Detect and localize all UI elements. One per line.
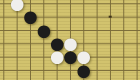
intersection[interactable]: [10, 37, 23, 50]
intersection[interactable]: ●: [77, 63, 90, 76]
intersection[interactable]: [0, 0, 10, 10]
intersection[interactable]: ●: [50, 50, 63, 63]
intersection[interactable]: [130, 0, 140, 10]
intersection[interactable]: [130, 63, 140, 76]
intersection[interactable]: [10, 23, 23, 36]
intersection[interactable]: [0, 10, 10, 23]
intersection[interactable]: ●: [23, 10, 36, 23]
intersection[interactable]: [37, 37, 50, 50]
intersection[interactable]: [130, 10, 140, 23]
black-stone: ●: [77, 62, 91, 79]
intersection[interactable]: [50, 63, 63, 76]
intersection[interactable]: [90, 50, 103, 63]
intersection[interactable]: [0, 50, 10, 63]
intersection[interactable]: [0, 23, 10, 36]
intersection[interactable]: [130, 37, 140, 50]
intersection[interactable]: [117, 63, 130, 76]
intersection[interactable]: [77, 10, 90, 23]
intersection[interactable]: [117, 23, 130, 36]
intersection[interactable]: [77, 23, 90, 36]
intersection[interactable]: [63, 10, 76, 23]
intersection[interactable]: [90, 23, 103, 36]
intersection[interactable]: [117, 37, 130, 50]
intersection[interactable]: [103, 63, 116, 76]
intersection[interactable]: [103, 10, 116, 23]
intersection[interactable]: [37, 50, 50, 63]
intersection[interactable]: [103, 23, 116, 36]
intersection[interactable]: [90, 37, 103, 50]
intersection[interactable]: [117, 0, 130, 10]
intersection[interactable]: [50, 10, 63, 23]
intersection[interactable]: [117, 10, 130, 23]
intersection[interactable]: [130, 50, 140, 63]
intersection[interactable]: [23, 37, 36, 50]
intersection[interactable]: [117, 50, 130, 63]
intersection[interactable]: [23, 63, 36, 76]
intersection[interactable]: [63, 0, 76, 10]
intersection[interactable]: [50, 0, 63, 10]
intersection[interactable]: [37, 63, 50, 76]
intersection[interactable]: [37, 0, 50, 10]
intersection[interactable]: [63, 63, 76, 76]
intersection[interactable]: ●: [10, 0, 23, 10]
intersection[interactable]: [10, 63, 23, 76]
star-point: [109, 15, 112, 18]
go-board: ●●●●●●●●●: [0, 0, 140, 80]
intersection[interactable]: [90, 10, 103, 23]
intersection[interactable]: [10, 10, 23, 23]
intersection[interactable]: [77, 0, 90, 10]
intersection[interactable]: [0, 37, 10, 50]
intersection[interactable]: ●: [63, 50, 76, 63]
intersection[interactable]: [90, 63, 103, 76]
intersection[interactable]: [90, 0, 103, 10]
intersection[interactable]: [0, 63, 10, 76]
intersection[interactable]: [130, 23, 140, 36]
intersection[interactable]: [103, 0, 116, 10]
intersection[interactable]: ●: [37, 23, 50, 36]
board-grid: ●●●●●●●●●: [0, 0, 140, 77]
intersection[interactable]: [103, 50, 116, 63]
intersection[interactable]: [10, 50, 23, 63]
intersection[interactable]: [103, 37, 116, 50]
intersection[interactable]: [23, 23, 36, 36]
intersection[interactable]: [23, 50, 36, 63]
